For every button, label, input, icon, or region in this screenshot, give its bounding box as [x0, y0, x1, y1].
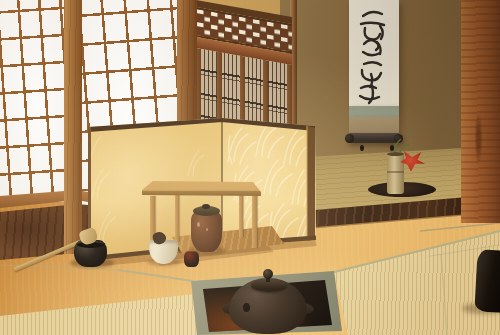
stand-leg [175, 191, 179, 242]
kettle-knob [263, 269, 273, 279]
stand-top [141, 180, 262, 197]
stand-leg [252, 192, 257, 248]
tea-room-photo: 龍吟虎嘯 [0, 0, 500, 335]
kettle-lug [243, 303, 250, 312]
natsume-tea-caddy [184, 251, 199, 267]
black-container [474, 249, 500, 312]
kensui-waste-bowl [74, 240, 107, 267]
mizusashi-water-jar [191, 209, 222, 252]
stand-leg [239, 189, 243, 237]
glaze-highlight [197, 222, 200, 227]
wood-post-right [461, 0, 500, 223]
vase-opening [387, 152, 404, 156]
glaze-highlight [206, 228, 208, 231]
bamboo-node [387, 171, 404, 173]
bamboo-vase [387, 152, 404, 194]
jar-lid-knob [202, 204, 210, 209]
